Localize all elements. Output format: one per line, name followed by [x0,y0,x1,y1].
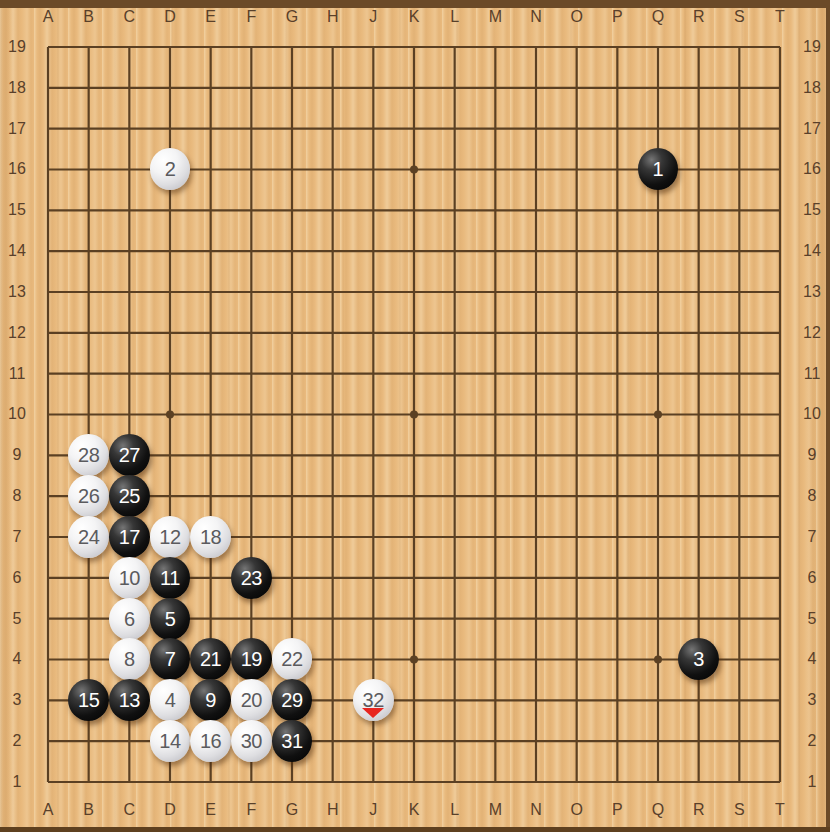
intersection-F3[interactable]: 20 [231,680,272,721]
intersection-P16[interactable] [597,149,638,190]
intersection-O8[interactable] [556,476,597,517]
intersection-E7[interactable]: 18 [190,517,231,558]
intersection-G14[interactable] [272,231,313,272]
intersection-H13[interactable] [312,272,353,313]
intersection-Q6[interactable] [638,557,679,598]
intersection-C15[interactable] [109,190,150,231]
intersection-R10[interactable] [678,394,719,435]
intersection-H2[interactable] [312,721,353,762]
intersection-K7[interactable] [394,517,435,558]
intersection-L16[interactable] [434,149,475,190]
intersection-K11[interactable] [394,353,435,394]
intersection-A9[interactable] [28,435,69,476]
intersection-J4[interactable] [353,639,394,680]
intersection-J16[interactable] [353,149,394,190]
intersection-E19[interactable] [190,27,231,68]
intersection-H17[interactable] [312,108,353,149]
intersection-R9[interactable] [678,435,719,476]
intersection-D2[interactable]: 14 [150,721,191,762]
intersection-O15[interactable] [556,190,597,231]
intersection-B5[interactable] [68,598,109,639]
intersection-G18[interactable] [272,67,313,108]
intersection-B8[interactable]: 26 [68,476,109,517]
intersection-R4[interactable]: 3 [678,639,719,680]
intersection-B3[interactable]: 15 [68,680,109,721]
intersection-O7[interactable] [556,517,597,558]
intersection-P4[interactable] [597,639,638,680]
intersection-O6[interactable] [556,557,597,598]
intersection-H16[interactable] [312,149,353,190]
intersection-F11[interactable] [231,353,272,394]
intersection-H5[interactable] [312,598,353,639]
intersection-K3[interactable] [394,680,435,721]
intersection-A4[interactable] [28,639,69,680]
intersection-K16[interactable] [394,149,435,190]
intersection-J11[interactable] [353,353,394,394]
intersection-T13[interactable] [759,272,800,313]
intersection-Q10[interactable] [638,394,679,435]
intersection-N14[interactable] [516,231,557,272]
intersection-G6[interactable] [272,557,313,598]
intersection-C7[interactable]: 17 [109,517,150,558]
intersection-Q14[interactable] [638,231,679,272]
intersection-T17[interactable] [759,108,800,149]
intersection-S6[interactable] [719,557,760,598]
intersection-C3[interactable]: 13 [109,680,150,721]
intersection-H11[interactable] [312,353,353,394]
intersection-N18[interactable] [516,67,557,108]
intersection-A18[interactable] [28,67,69,108]
intersection-J19[interactable] [353,27,394,68]
intersection-M13[interactable] [475,272,516,313]
intersection-J7[interactable] [353,517,394,558]
intersection-D8[interactable] [150,476,191,517]
intersection-E4[interactable]: 21 [190,639,231,680]
intersection-R19[interactable] [678,27,719,68]
intersection-Q12[interactable] [638,312,679,353]
intersection-D1[interactable] [150,761,191,802]
intersection-F5[interactable] [231,598,272,639]
intersection-Q16[interactable]: 1 [638,149,679,190]
intersection-J13[interactable] [353,272,394,313]
intersection-K6[interactable] [394,557,435,598]
intersection-K9[interactable] [394,435,435,476]
intersection-G8[interactable] [272,476,313,517]
intersection-A15[interactable] [28,190,69,231]
intersection-S13[interactable] [719,272,760,313]
intersection-N10[interactable] [516,394,557,435]
intersection-C10[interactable] [109,394,150,435]
intersection-N3[interactable] [516,680,557,721]
intersection-P5[interactable] [597,598,638,639]
intersection-A11[interactable] [28,353,69,394]
intersection-L8[interactable] [434,476,475,517]
intersection-F6[interactable]: 23 [231,557,272,598]
intersection-L15[interactable] [434,190,475,231]
intersection-M7[interactable] [475,517,516,558]
intersection-G19[interactable] [272,27,313,68]
intersection-R7[interactable] [678,517,719,558]
intersection-B15[interactable] [68,190,109,231]
intersection-Q5[interactable] [638,598,679,639]
intersection-C6[interactable]: 10 [109,557,150,598]
intersection-G15[interactable] [272,190,313,231]
intersection-K13[interactable] [394,272,435,313]
intersection-P18[interactable] [597,67,638,108]
intersection-Q11[interactable] [638,353,679,394]
intersection-A7[interactable] [28,517,69,558]
intersection-M2[interactable] [475,721,516,762]
intersection-P1[interactable] [597,761,638,802]
intersection-A2[interactable] [28,721,69,762]
intersection-K17[interactable] [394,108,435,149]
intersection-S7[interactable] [719,517,760,558]
intersection-K14[interactable] [394,231,435,272]
intersection-H6[interactable] [312,557,353,598]
intersection-K15[interactable] [394,190,435,231]
intersection-O18[interactable] [556,67,597,108]
intersection-L13[interactable] [434,272,475,313]
intersection-N12[interactable] [516,312,557,353]
intersection-J14[interactable] [353,231,394,272]
intersection-R18[interactable] [678,67,719,108]
intersection-C17[interactable] [109,108,150,149]
intersection-R14[interactable] [678,231,719,272]
intersection-C8[interactable]: 25 [109,476,150,517]
intersection-B7[interactable]: 24 [68,517,109,558]
intersection-D18[interactable] [150,67,191,108]
intersection-E11[interactable] [190,353,231,394]
intersection-P8[interactable] [597,476,638,517]
intersection-N16[interactable] [516,149,557,190]
intersection-T1[interactable] [759,761,800,802]
intersection-D6[interactable]: 11 [150,557,191,598]
intersection-T6[interactable] [759,557,800,598]
intersection-M11[interactable] [475,353,516,394]
intersection-A10[interactable] [28,394,69,435]
intersection-A3[interactable] [28,680,69,721]
intersection-B2[interactable] [68,721,109,762]
intersection-C9[interactable]: 27 [109,435,150,476]
intersection-B14[interactable] [68,231,109,272]
intersection-J17[interactable] [353,108,394,149]
intersection-L11[interactable] [434,353,475,394]
intersection-O10[interactable] [556,394,597,435]
intersection-N15[interactable] [516,190,557,231]
intersection-A19[interactable] [28,27,69,68]
intersection-O17[interactable] [556,108,597,149]
intersection-F12[interactable] [231,312,272,353]
intersection-O13[interactable] [556,272,597,313]
intersection-B6[interactable] [68,557,109,598]
intersection-A16[interactable] [28,149,69,190]
intersection-D5[interactable]: 5 [150,598,191,639]
intersection-C11[interactable] [109,353,150,394]
intersection-Q19[interactable] [638,27,679,68]
intersection-T19[interactable] [759,27,800,68]
intersection-C5[interactable]: 6 [109,598,150,639]
intersection-P2[interactable] [597,721,638,762]
intersection-G7[interactable] [272,517,313,558]
intersection-G10[interactable] [272,394,313,435]
intersection-N5[interactable] [516,598,557,639]
intersection-E17[interactable] [190,108,231,149]
intersection-C13[interactable] [109,272,150,313]
intersection-L12[interactable] [434,312,475,353]
intersection-E6[interactable] [190,557,231,598]
intersection-G17[interactable] [272,108,313,149]
intersection-F17[interactable] [231,108,272,149]
intersection-J2[interactable] [353,721,394,762]
intersection-K10[interactable] [394,394,435,435]
intersection-S15[interactable] [719,190,760,231]
intersection-D9[interactable] [150,435,191,476]
intersection-P15[interactable] [597,190,638,231]
intersection-H18[interactable] [312,67,353,108]
intersection-D12[interactable] [150,312,191,353]
intersection-Q9[interactable] [638,435,679,476]
intersection-E10[interactable] [190,394,231,435]
intersection-K2[interactable] [394,721,435,762]
intersection-M9[interactable] [475,435,516,476]
intersection-D17[interactable] [150,108,191,149]
intersection-F18[interactable] [231,67,272,108]
intersection-J6[interactable] [353,557,394,598]
intersection-S17[interactable] [719,108,760,149]
intersection-F4[interactable]: 19 [231,639,272,680]
intersection-L14[interactable] [434,231,475,272]
intersection-H1[interactable] [312,761,353,802]
intersection-S11[interactable] [719,353,760,394]
intersection-R2[interactable] [678,721,719,762]
intersection-C14[interactable] [109,231,150,272]
intersection-H9[interactable] [312,435,353,476]
intersection-T10[interactable] [759,394,800,435]
intersection-J5[interactable] [353,598,394,639]
intersection-R15[interactable] [678,190,719,231]
intersection-E9[interactable] [190,435,231,476]
intersection-C18[interactable] [109,67,150,108]
intersection-E18[interactable] [190,67,231,108]
intersection-K19[interactable] [394,27,435,68]
intersection-K8[interactable] [394,476,435,517]
intersection-C1[interactable] [109,761,150,802]
intersection-A14[interactable] [28,231,69,272]
intersection-P6[interactable] [597,557,638,598]
intersection-N2[interactable] [516,721,557,762]
intersection-T5[interactable] [759,598,800,639]
intersection-O12[interactable] [556,312,597,353]
intersection-O9[interactable] [556,435,597,476]
intersection-B10[interactable] [68,394,109,435]
intersection-M5[interactable] [475,598,516,639]
intersection-D10[interactable] [150,394,191,435]
intersection-K12[interactable] [394,312,435,353]
intersection-B1[interactable] [68,761,109,802]
intersection-O16[interactable] [556,149,597,190]
intersection-G12[interactable] [272,312,313,353]
intersection-J15[interactable] [353,190,394,231]
intersection-J3[interactable]: 32 [353,680,394,721]
intersection-P19[interactable] [597,27,638,68]
intersection-B13[interactable] [68,272,109,313]
intersection-M1[interactable] [475,761,516,802]
intersection-O11[interactable] [556,353,597,394]
intersection-T12[interactable] [759,312,800,353]
intersection-N1[interactable] [516,761,557,802]
intersection-P7[interactable] [597,517,638,558]
intersection-F16[interactable] [231,149,272,190]
intersection-S1[interactable] [719,761,760,802]
intersection-O14[interactable] [556,231,597,272]
intersection-H15[interactable] [312,190,353,231]
intersection-P17[interactable] [597,108,638,149]
intersection-F2[interactable]: 30 [231,721,272,762]
intersection-E5[interactable] [190,598,231,639]
intersection-L7[interactable] [434,517,475,558]
intersection-F1[interactable] [231,761,272,802]
intersection-H3[interactable] [312,680,353,721]
intersection-H8[interactable] [312,476,353,517]
intersection-O19[interactable] [556,27,597,68]
intersection-H7[interactable] [312,517,353,558]
intersection-A12[interactable] [28,312,69,353]
intersection-Q3[interactable] [638,680,679,721]
intersection-B18[interactable] [68,67,109,108]
intersection-D7[interactable]: 12 [150,517,191,558]
intersection-Q15[interactable] [638,190,679,231]
intersection-R1[interactable] [678,761,719,802]
intersection-N6[interactable] [516,557,557,598]
intersection-D11[interactable] [150,353,191,394]
intersection-H10[interactable] [312,394,353,435]
intersection-F13[interactable] [231,272,272,313]
intersection-S4[interactable] [719,639,760,680]
intersection-J9[interactable] [353,435,394,476]
intersection-R3[interactable] [678,680,719,721]
intersection-M3[interactable] [475,680,516,721]
intersection-Q18[interactable] [638,67,679,108]
intersection-G9[interactable] [272,435,313,476]
intersection-F9[interactable] [231,435,272,476]
intersection-P11[interactable] [597,353,638,394]
intersection-E13[interactable] [190,272,231,313]
intersection-E16[interactable] [190,149,231,190]
intersection-T4[interactable] [759,639,800,680]
intersection-E3[interactable]: 9 [190,680,231,721]
intersection-R8[interactable] [678,476,719,517]
intersection-J8[interactable] [353,476,394,517]
intersection-A5[interactable] [28,598,69,639]
intersection-L3[interactable] [434,680,475,721]
intersection-J1[interactable] [353,761,394,802]
intersection-F8[interactable] [231,476,272,517]
intersection-F10[interactable] [231,394,272,435]
intersection-C2[interactable] [109,721,150,762]
intersection-E2[interactable]: 16 [190,721,231,762]
intersection-F7[interactable] [231,517,272,558]
intersection-K18[interactable] [394,67,435,108]
intersection-B11[interactable] [68,353,109,394]
intersection-T7[interactable] [759,517,800,558]
intersection-D13[interactable] [150,272,191,313]
intersection-R6[interactable] [678,557,719,598]
intersection-G2[interactable]: 31 [272,721,313,762]
intersection-H19[interactable] [312,27,353,68]
intersection-M4[interactable] [475,639,516,680]
intersection-M10[interactable] [475,394,516,435]
intersection-N17[interactable] [516,108,557,149]
intersection-Q4[interactable] [638,639,679,680]
intersection-O5[interactable] [556,598,597,639]
intersection-C19[interactable] [109,27,150,68]
intersection-Q17[interactable] [638,108,679,149]
intersection-N11[interactable] [516,353,557,394]
intersection-M18[interactable] [475,67,516,108]
intersection-M17[interactable] [475,108,516,149]
intersection-E1[interactable] [190,761,231,802]
intersection-L19[interactable] [434,27,475,68]
intersection-S19[interactable] [719,27,760,68]
intersection-S10[interactable] [719,394,760,435]
intersection-M12[interactable] [475,312,516,353]
intersection-A6[interactable] [28,557,69,598]
intersection-G11[interactable] [272,353,313,394]
intersection-O4[interactable] [556,639,597,680]
intersection-R11[interactable] [678,353,719,394]
intersection-L17[interactable] [434,108,475,149]
intersection-O1[interactable] [556,761,597,802]
intersection-N7[interactable] [516,517,557,558]
intersection-L4[interactable] [434,639,475,680]
intersection-S8[interactable] [719,476,760,517]
intersection-T16[interactable] [759,149,800,190]
intersection-N9[interactable] [516,435,557,476]
intersection-K5[interactable] [394,598,435,639]
intersection-B9[interactable]: 28 [68,435,109,476]
intersection-E14[interactable] [190,231,231,272]
intersection-M19[interactable] [475,27,516,68]
intersection-S9[interactable] [719,435,760,476]
intersection-C4[interactable]: 8 [109,639,150,680]
intersection-N13[interactable] [516,272,557,313]
intersection-A13[interactable] [28,272,69,313]
intersection-D3[interactable]: 4 [150,680,191,721]
intersection-B17[interactable] [68,108,109,149]
intersection-J18[interactable] [353,67,394,108]
intersection-T15[interactable] [759,190,800,231]
intersection-L2[interactable] [434,721,475,762]
intersection-S3[interactable] [719,680,760,721]
intersection-G4[interactable]: 22 [272,639,313,680]
intersection-Q2[interactable] [638,721,679,762]
intersection-T11[interactable] [759,353,800,394]
intersection-T8[interactable] [759,476,800,517]
intersection-Q7[interactable] [638,517,679,558]
intersection-N19[interactable] [516,27,557,68]
intersection-H4[interactable] [312,639,353,680]
intersection-P9[interactable] [597,435,638,476]
intersection-Q13[interactable] [638,272,679,313]
intersection-P14[interactable] [597,231,638,272]
intersection-L10[interactable] [434,394,475,435]
intersection-N8[interactable] [516,476,557,517]
intersection-J10[interactable] [353,394,394,435]
intersection-Q1[interactable] [638,761,679,802]
intersection-T2[interactable] [759,721,800,762]
intersection-J12[interactable] [353,312,394,353]
intersection-M8[interactable] [475,476,516,517]
